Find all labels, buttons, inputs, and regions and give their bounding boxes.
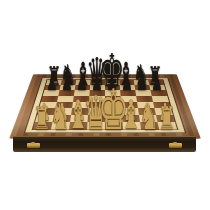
brass-latch-right-icon (169, 143, 182, 148)
piece-white-rook-h1[interactable]: ♜ (152, 103, 182, 134)
piece-black-pawn-h7[interactable]: ♟ (142, 73, 172, 94)
chess-set-photo: ♜♞♝♛♚♝♞♜♟♟♟♟♟♟♟♟♟♟♟♟♟♟♟♟♜♞♝♛♚♝♞♜ (0, 0, 210, 210)
pieces-layer: ♜♞♝♛♚♝♞♜♟♟♟♟♟♟♟♟♟♟♟♟♟♟♟♟♜♞♝♛♚♝♞♜ (0, 0, 210, 210)
brass-latch-left-icon (27, 143, 40, 148)
